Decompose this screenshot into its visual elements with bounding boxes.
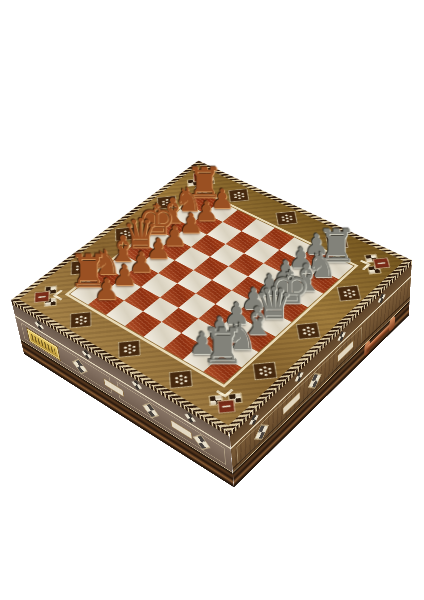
star-checker-icon [368,266,380,274]
flower-inlay-icon [296,322,321,339]
corner-mark-icon [194,183,209,192]
flower-inlay-icon [228,188,249,202]
flower-inlay-icon [337,285,362,301]
corner-diamond-icon [34,291,50,303]
corner-diamond-icon [373,257,391,268]
corner-mark-icon [216,385,234,398]
star-checker-icon [229,393,242,403]
flower-inlay-icon [118,340,141,358]
star-checker-icon [46,286,57,294]
star-checker-icon [204,178,214,185]
corner-diamond-icon [217,399,235,413]
flower-inlay-icon [157,195,177,209]
flower-inlay-icon [70,311,91,328]
corner-diamond-icon [193,172,208,182]
flower-inlay-icon [115,227,135,242]
board-top: ♜♞♝♛♚♝♞♜♟♟♟♟♟♟♟♟♟♟♟♟♟♟♟♟♜♞♝♛♚♝♞♜ [11,160,412,432]
star-checker-icon [188,179,198,186]
star-checker-icon [210,395,222,405]
chess-box: ♜♞♝♛♚♝♞♜♟♟♟♟♟♟♟♟♟♟♟♟♟♟♟♟♜♞♝♛♚♝♞♜ [11,160,412,432]
flower-inlay-icon [169,370,193,389]
star-checker-icon [45,298,56,306]
star-checker-icon [365,254,377,262]
photo-stage: ♜♞♝♛♚♝♞♜♟♟♟♟♟♟♟♟♟♟♟♟♟♟♟♟♜♞♝♛♚♝♞♜ [0,0,424,600]
corner-mark-icon [355,260,371,271]
flower-inlay-icon [276,211,298,225]
